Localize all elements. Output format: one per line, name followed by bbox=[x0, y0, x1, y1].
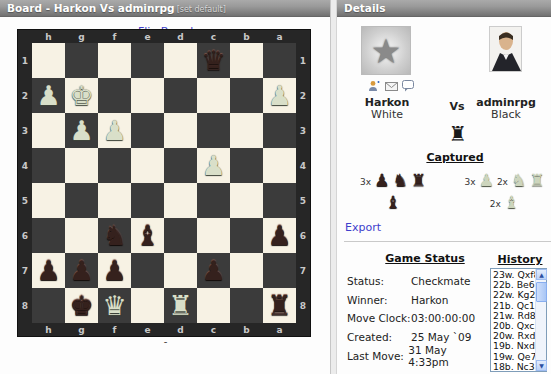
star-avatar-icon: ★ bbox=[371, 31, 401, 71]
board-corner bbox=[296, 323, 310, 336]
square-e3[interactable] bbox=[131, 113, 164, 148]
board-corner bbox=[18, 30, 32, 43]
scrollbar-thumb[interactable] bbox=[536, 282, 547, 302]
square-e5[interactable] bbox=[131, 183, 164, 218]
export-link[interactable]: Export bbox=[345, 221, 381, 234]
square-d2[interactable] bbox=[164, 78, 197, 113]
file-label-top: c bbox=[197, 30, 230, 43]
status-label: Last Move: bbox=[347, 350, 408, 362]
captured-piece-icon: ♞ bbox=[392, 172, 407, 189]
file-label-bottom: c bbox=[197, 323, 230, 336]
square-f7[interactable]: ♟ bbox=[98, 253, 131, 288]
black-knight-f6: ♞ bbox=[102, 222, 126, 249]
square-d7[interactable] bbox=[164, 253, 197, 288]
black-pawn-c7: ♟ bbox=[201, 257, 225, 284]
captured-count: 3x bbox=[465, 177, 476, 189]
square-h5[interactable] bbox=[32, 183, 65, 218]
history-listbox: 23w. Qxf8#22b. Be622w. Kg221b. Qc1+21w. … bbox=[490, 268, 547, 372]
file-label-bottom: f bbox=[98, 323, 131, 336]
details-title: Details bbox=[344, 2, 385, 14]
square-c8[interactable] bbox=[197, 288, 230, 323]
rank-label-right: 7 bbox=[296, 253, 310, 288]
square-g3[interactable]: ♟ bbox=[65, 113, 98, 148]
square-a8[interactable]: ♜ bbox=[263, 288, 296, 323]
captured-count: 3x bbox=[360, 177, 371, 189]
square-b3[interactable] bbox=[230, 113, 263, 148]
captured-piece-icon: ♞ bbox=[511, 172, 526, 189]
file-label-top: a bbox=[263, 30, 296, 43]
board-caption: - bbox=[0, 336, 331, 347]
file-label-top: d bbox=[164, 30, 197, 43]
square-h3[interactable] bbox=[32, 113, 65, 148]
square-e6[interactable]: ♝ bbox=[131, 218, 164, 253]
square-f1[interactable] bbox=[98, 43, 131, 78]
rank-label-left: 1 bbox=[18, 43, 32, 78]
square-a1[interactable] bbox=[263, 43, 296, 78]
square-g7[interactable]: ♟ bbox=[65, 253, 98, 288]
rank-label-left: 6 bbox=[18, 218, 32, 253]
square-e7[interactable] bbox=[131, 253, 164, 288]
square-b8[interactable] bbox=[230, 288, 263, 323]
captured-count: 2x bbox=[497, 177, 508, 189]
file-label-bottom: e bbox=[131, 323, 164, 336]
black-queen-c1: ♛ bbox=[201, 47, 225, 74]
file-label-top: h bbox=[32, 30, 65, 43]
square-b7[interactable] bbox=[230, 253, 263, 288]
square-b5[interactable] bbox=[230, 183, 263, 218]
black-pawn-h7: ♟ bbox=[36, 257, 60, 284]
square-e8[interactable] bbox=[131, 288, 164, 323]
board-corner bbox=[18, 323, 32, 336]
square-c2[interactable] bbox=[197, 78, 230, 113]
game-status-row: Winner:Harkon bbox=[347, 291, 487, 310]
rank-label-left: 7 bbox=[18, 253, 32, 288]
captured-heading: Captured bbox=[420, 151, 490, 164]
square-a7[interactable] bbox=[263, 253, 296, 288]
captured-piece-icon: ♜ bbox=[411, 172, 426, 189]
captured-piece-icon: ♜ bbox=[529, 172, 544, 189]
square-a2[interactable]: ♟ bbox=[263, 78, 296, 113]
rank-label-left: 4 bbox=[18, 148, 32, 183]
rank-label-left: 8 bbox=[18, 288, 32, 323]
set-default-link[interactable]: [set default] bbox=[177, 5, 226, 14]
square-b6[interactable] bbox=[230, 218, 263, 253]
game-status-heading: Game Status bbox=[380, 252, 470, 265]
square-c1[interactable]: ♛ bbox=[197, 43, 230, 78]
panel-divider bbox=[330, 0, 337, 374]
square-a6[interactable]: ♟ bbox=[263, 218, 296, 253]
game-status-row: Last Move:31 May 4:33pm bbox=[347, 346, 487, 365]
chat-icon[interactable] bbox=[402, 80, 415, 92]
file-label-bottom: a bbox=[263, 323, 296, 336]
rank-label-right: 2 bbox=[296, 78, 310, 113]
square-h2[interactable]: ♟ bbox=[32, 78, 65, 113]
captured-piece-icon: ♝ bbox=[385, 194, 400, 211]
square-b4[interactable] bbox=[230, 148, 263, 183]
square-f2[interactable] bbox=[98, 78, 131, 113]
square-g5[interactable] bbox=[65, 183, 98, 218]
black-king-g8: ♚ bbox=[69, 292, 93, 319]
square-e2[interactable] bbox=[131, 78, 164, 113]
status-value: 25 May `09 bbox=[411, 331, 471, 343]
square-d3[interactable] bbox=[164, 113, 197, 148]
rank-label-right: 8 bbox=[296, 288, 310, 323]
player-action-icons bbox=[368, 80, 415, 92]
captured-black-pieces: 3x♟♞♜♝ bbox=[343, 167, 443, 211]
rank-label-left: 3 bbox=[18, 113, 32, 148]
file-label-bottom: b bbox=[230, 323, 263, 336]
status-label: Created: bbox=[347, 331, 411, 343]
add-buddy-icon[interactable] bbox=[368, 80, 381, 92]
rank-label-left: 5 bbox=[18, 183, 32, 218]
square-c3[interactable] bbox=[197, 113, 230, 148]
file-label-top: b bbox=[230, 30, 263, 43]
square-f8[interactable]: ♛ bbox=[98, 288, 131, 323]
white-player-avatar[interactable]: ★ bbox=[361, 26, 411, 75]
square-c7[interactable]: ♟ bbox=[197, 253, 230, 288]
file-label-top: g bbox=[65, 30, 98, 43]
scroll-down-icon[interactable]: ▼ bbox=[536, 360, 547, 371]
status-value: 31 May 4:33pm bbox=[408, 344, 487, 368]
square-g4[interactable] bbox=[65, 148, 98, 183]
square-d1[interactable] bbox=[164, 43, 197, 78]
white-player-side: White bbox=[352, 108, 422, 121]
black-pawn-a6: ♟ bbox=[267, 222, 291, 249]
game-status-row: Move Clock:03:00:00:00 bbox=[347, 309, 487, 328]
board-titlebar: Board - Harkon Vs adminrpg[set default] bbox=[0, 0, 331, 17]
white-pawn-c4: ♟ bbox=[201, 152, 225, 179]
board-corner bbox=[296, 30, 310, 43]
square-c5[interactable] bbox=[197, 183, 230, 218]
square-d6[interactable] bbox=[164, 218, 197, 253]
history-heading: History bbox=[495, 253, 545, 266]
send-message-icon[interactable] bbox=[385, 80, 398, 92]
file-label-top: f bbox=[98, 30, 131, 43]
chess-board: hgfedcba1♛12♟♚♟23♟♟34♟4556♞♝♟67♟♟♟♟78♚♛♜… bbox=[18, 30, 310, 336]
square-a5[interactable] bbox=[263, 183, 296, 218]
vs-label: Vs bbox=[443, 100, 471, 113]
turn-rook-icon: ♜ bbox=[444, 122, 472, 146]
square-g6[interactable] bbox=[65, 218, 98, 253]
history-scrollbar[interactable]: ▲ ▼ bbox=[535, 269, 546, 371]
game-status-table: Status:CheckmateWinner:HarkonMove Clock:… bbox=[347, 272, 487, 365]
rank-label-right: 6 bbox=[296, 218, 310, 253]
square-d4[interactable] bbox=[164, 148, 197, 183]
white-king-g2: ♚ bbox=[69, 82, 93, 109]
square-f4[interactable] bbox=[98, 148, 131, 183]
captured-count: 2x bbox=[490, 199, 501, 211]
file-label-bottom: h bbox=[32, 323, 65, 336]
captured-piece-icon: ♟ bbox=[479, 172, 494, 189]
rank-label-right: 5 bbox=[296, 183, 310, 218]
square-f5[interactable] bbox=[98, 183, 131, 218]
square-e4[interactable] bbox=[131, 148, 164, 183]
black-rook-a8: ♜ bbox=[267, 292, 291, 319]
status-label: Move Clock: bbox=[347, 312, 411, 324]
rank-label-right: 3 bbox=[296, 113, 310, 148]
square-c4[interactable]: ♟ bbox=[197, 148, 230, 183]
white-pawn-g3: ♟ bbox=[69, 117, 93, 144]
black-player-avatar[interactable] bbox=[489, 26, 522, 72]
white-pawn-h2: ♟ bbox=[36, 82, 60, 109]
status-label: Status: bbox=[347, 275, 411, 287]
square-b1[interactable] bbox=[230, 43, 263, 78]
square-a4[interactable] bbox=[263, 148, 296, 183]
square-d5[interactable] bbox=[164, 183, 197, 218]
white-pawn-a2: ♟ bbox=[267, 82, 291, 109]
black-pawn-f7: ♟ bbox=[102, 257, 126, 284]
square-g1[interactable] bbox=[65, 43, 98, 78]
square-c6[interactable] bbox=[197, 218, 230, 253]
game-status-row: Status:Checkmate bbox=[347, 272, 487, 291]
rank-label-left: 2 bbox=[18, 78, 32, 113]
captured-piece-icon: ♟ bbox=[374, 172, 389, 189]
details-titlebar: Details bbox=[337, 0, 551, 17]
captured-white-pieces: 3x♟2x♞♜2x♝ bbox=[458, 167, 551, 211]
square-f6[interactable]: ♞ bbox=[98, 218, 131, 253]
status-value: 03:00:00:00 bbox=[411, 312, 475, 324]
file-label-bottom: d bbox=[164, 323, 197, 336]
white-queen-f8: ♛ bbox=[102, 292, 126, 319]
rank-label-right: 4 bbox=[296, 148, 310, 183]
square-h7[interactable]: ♟ bbox=[32, 253, 65, 288]
white-rook-d8: ♜ bbox=[168, 292, 192, 319]
portrait-avatar-icon bbox=[490, 27, 521, 71]
square-a3[interactable] bbox=[263, 113, 296, 148]
square-d8[interactable]: ♜ bbox=[164, 288, 197, 323]
status-label: Winner: bbox=[347, 294, 411, 306]
section-divider bbox=[344, 241, 551, 242]
file-label-top: e bbox=[131, 30, 164, 43]
white-pawn-f3: ♟ bbox=[102, 117, 126, 144]
square-h1[interactable] bbox=[32, 43, 65, 78]
square-g8[interactable]: ♚ bbox=[65, 288, 98, 323]
history-move-list: 23w. Qxf8#22b. Be622w. Kg221b. Qc1+21w. … bbox=[491, 269, 535, 371]
history-move[interactable]: 18b. Nc3 bbox=[493, 362, 535, 371]
black-pawn-g7: ♟ bbox=[69, 257, 93, 284]
status-value: Harkon bbox=[411, 294, 448, 306]
square-e1[interactable] bbox=[131, 43, 164, 78]
square-h8[interactable] bbox=[32, 288, 65, 323]
captured-piece-icon: ♝ bbox=[504, 194, 519, 211]
board-title: Board - Harkon Vs adminrpg bbox=[7, 2, 175, 14]
square-h4[interactable] bbox=[32, 148, 65, 183]
square-b2[interactable] bbox=[230, 78, 263, 113]
square-h6[interactable] bbox=[32, 218, 65, 253]
app-window: Board - Harkon Vs adminrpg[set default] … bbox=[0, 0, 551, 374]
square-g2[interactable]: ♚ bbox=[65, 78, 98, 113]
square-f3[interactable]: ♟ bbox=[98, 113, 131, 148]
black-player-side: Black bbox=[472, 108, 540, 121]
file-label-bottom: g bbox=[65, 323, 98, 336]
black-bishop-e6: ♝ bbox=[135, 222, 159, 249]
rank-label-right: 1 bbox=[296, 43, 310, 78]
status-value: Checkmate bbox=[411, 275, 471, 287]
scroll-up-icon[interactable]: ▲ bbox=[536, 269, 547, 280]
